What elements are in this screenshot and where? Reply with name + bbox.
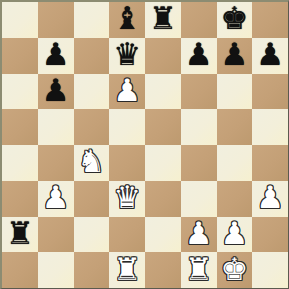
white-pawn[interactable]: ♟ — [185, 218, 213, 249]
square-d5[interactable] — [109, 109, 145, 145]
square-h5[interactable] — [252, 109, 288, 145]
square-c2[interactable] — [74, 217, 110, 253]
square-g7[interactable]: ♟ — [217, 38, 253, 74]
black-pawn[interactable]: ♟ — [256, 39, 284, 70]
black-queen[interactable]: ♛ — [113, 39, 141, 70]
black-pawn[interactable]: ♟ — [42, 75, 70, 106]
square-d2[interactable] — [109, 217, 145, 253]
square-g3[interactable] — [217, 181, 253, 217]
square-e4[interactable] — [145, 145, 181, 181]
square-a5[interactable] — [2, 109, 38, 145]
black-rook[interactable]: ♜ — [149, 3, 177, 34]
square-g4[interactable] — [217, 145, 253, 181]
chess-board: ♝♜♚♟♛♟♟♟♟♟♞♟♛♟♜♟♟♜♜♚ — [2, 2, 288, 288]
square-e6[interactable] — [145, 74, 181, 110]
square-b7[interactable]: ♟ — [38, 38, 74, 74]
square-e3[interactable] — [145, 181, 181, 217]
square-h7[interactable]: ♟ — [252, 38, 288, 74]
square-e2[interactable] — [145, 217, 181, 253]
square-f2[interactable]: ♟ — [181, 217, 217, 253]
square-d8[interactable]: ♝ — [109, 2, 145, 38]
black-king[interactable]: ♚ — [220, 3, 248, 34]
chess-board-frame: ♝♜♚♟♛♟♟♟♟♟♞♟♛♟♜♟♟♜♜♚ — [0, 0, 289, 289]
square-b4[interactable] — [38, 145, 74, 181]
square-a6[interactable] — [2, 74, 38, 110]
square-a7[interactable] — [2, 38, 38, 74]
square-g1[interactable]: ♚ — [217, 252, 253, 288]
white-king[interactable]: ♚ — [220, 254, 248, 285]
square-h8[interactable] — [252, 2, 288, 38]
square-e7[interactable] — [145, 38, 181, 74]
square-b1[interactable] — [38, 252, 74, 288]
square-c7[interactable] — [74, 38, 110, 74]
square-b3[interactable]: ♟ — [38, 181, 74, 217]
square-e1[interactable] — [145, 252, 181, 288]
white-knight[interactable]: ♞ — [77, 146, 105, 177]
white-pawn[interactable]: ♟ — [256, 182, 284, 213]
square-a3[interactable] — [2, 181, 38, 217]
white-pawn[interactable]: ♟ — [42, 182, 70, 213]
black-pawn[interactable]: ♟ — [185, 39, 213, 70]
square-f7[interactable]: ♟ — [181, 38, 217, 74]
square-c3[interactable] — [74, 181, 110, 217]
square-d4[interactable] — [109, 145, 145, 181]
square-f3[interactable] — [181, 181, 217, 217]
square-h3[interactable]: ♟ — [252, 181, 288, 217]
square-d6[interactable]: ♟ — [109, 74, 145, 110]
square-d7[interactable]: ♛ — [109, 38, 145, 74]
square-f6[interactable] — [181, 74, 217, 110]
square-g2[interactable]: ♟ — [217, 217, 253, 253]
square-a2[interactable]: ♜ — [2, 217, 38, 253]
black-pawn[interactable]: ♟ — [42, 39, 70, 70]
square-d3[interactable]: ♛ — [109, 181, 145, 217]
square-f4[interactable] — [181, 145, 217, 181]
square-h1[interactable] — [252, 252, 288, 288]
square-c6[interactable] — [74, 74, 110, 110]
square-f5[interactable] — [181, 109, 217, 145]
black-bishop[interactable]: ♝ — [113, 3, 141, 34]
square-f8[interactable] — [181, 2, 217, 38]
square-d1[interactable]: ♜ — [109, 252, 145, 288]
square-a8[interactable] — [2, 2, 38, 38]
square-c5[interactable] — [74, 109, 110, 145]
square-b2[interactable] — [38, 217, 74, 253]
white-pawn[interactable]: ♟ — [113, 75, 141, 106]
square-g8[interactable]: ♚ — [217, 2, 253, 38]
white-pawn[interactable]: ♟ — [220, 218, 248, 249]
square-b8[interactable] — [38, 2, 74, 38]
square-g5[interactable] — [217, 109, 253, 145]
square-g6[interactable] — [217, 74, 253, 110]
square-c8[interactable] — [74, 2, 110, 38]
square-h2[interactable] — [252, 217, 288, 253]
square-e5[interactable] — [145, 109, 181, 145]
square-h4[interactable] — [252, 145, 288, 181]
square-b6[interactable]: ♟ — [38, 74, 74, 110]
square-a4[interactable] — [2, 145, 38, 181]
white-rook[interactable]: ♜ — [185, 254, 213, 285]
square-h6[interactable] — [252, 74, 288, 110]
white-queen[interactable]: ♛ — [113, 182, 141, 213]
black-pawn[interactable]: ♟ — [220, 39, 248, 70]
square-c4[interactable]: ♞ — [74, 145, 110, 181]
square-a1[interactable] — [2, 252, 38, 288]
square-b5[interactable] — [38, 109, 74, 145]
black-rook[interactable]: ♜ — [6, 218, 34, 249]
white-rook[interactable]: ♜ — [113, 254, 141, 285]
square-c1[interactable] — [74, 252, 110, 288]
square-f1[interactable]: ♜ — [181, 252, 217, 288]
square-e8[interactable]: ♜ — [145, 2, 181, 38]
